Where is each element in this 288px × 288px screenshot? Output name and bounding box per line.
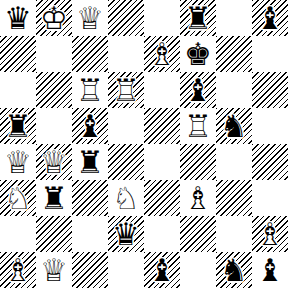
piece-black-knight[interactable]: ♞♞ [216, 108, 252, 144]
white-queen-glyph: ♕ [36, 252, 72, 288]
square-c3[interactable] [72, 180, 108, 216]
piece-black-bishop[interactable]: ♝♝ [72, 108, 108, 144]
piece-white-rook[interactable]: ♜♖ [72, 72, 108, 108]
white-knight-glyph: ♘ [0, 180, 36, 216]
square-e6[interactable] [144, 72, 180, 108]
square-d4[interactable] [108, 144, 144, 180]
square-c5[interactable]: ♝♝ [72, 108, 108, 144]
square-f5[interactable]: ♜♖ [180, 108, 216, 144]
square-c6[interactable]: ♜♖ [72, 72, 108, 108]
square-e5[interactable] [144, 108, 180, 144]
black-bishop-glyph: ♝ [144, 252, 180, 288]
piece-white-bishop[interactable]: ♝♗ [180, 180, 216, 216]
piece-white-knight[interactable]: ♞♘ [0, 180, 36, 216]
white-knight-glyph: ♘ [108, 180, 144, 216]
square-g1[interactable]: ♞♞ [216, 252, 252, 288]
white-rook-glyph: ♖ [180, 108, 216, 144]
piece-white-bishop[interactable]: ♝♗ [144, 36, 180, 72]
square-h5[interactable] [252, 108, 288, 144]
square-e1[interactable]: ♝♝ [144, 252, 180, 288]
square-c1[interactable] [72, 252, 108, 288]
white-rook-glyph: ♖ [108, 72, 144, 108]
square-e4[interactable] [144, 144, 180, 180]
piece-black-queen[interactable]: ♛♛ [0, 0, 36, 36]
square-e7[interactable]: ♝♗ [144, 36, 180, 72]
square-b5[interactable] [36, 108, 72, 144]
black-bishop-glyph: ♝ [72, 108, 108, 144]
square-a7[interactable] [0, 36, 36, 72]
square-b4[interactable]: ♛♕ [36, 144, 72, 180]
square-h7[interactable] [252, 36, 288, 72]
square-b2[interactable] [36, 216, 72, 252]
piece-black-queen[interactable]: ♛♛ [108, 216, 144, 252]
square-a2[interactable] [0, 216, 36, 252]
square-b3[interactable]: ♜♜ [36, 180, 72, 216]
piece-white-bishop[interactable]: ♝♗ [252, 216, 288, 252]
piece-white-queen[interactable]: ♛♕ [36, 144, 72, 180]
square-f4[interactable] [180, 144, 216, 180]
square-a1[interactable]: ♝♗ [0, 252, 36, 288]
white-queen-glyph: ♕ [72, 0, 108, 36]
piece-black-bishop[interactable]: ♝♝ [144, 252, 180, 288]
square-g4[interactable] [216, 144, 252, 180]
white-bishop-glyph: ♗ [144, 36, 180, 72]
square-a8[interactable]: ♛♛ [0, 0, 36, 36]
piece-black-rook[interactable]: ♜♜ [36, 180, 72, 216]
piece-white-knight[interactable]: ♞♘ [108, 180, 144, 216]
square-b1[interactable]: ♛♕ [36, 252, 72, 288]
square-c7[interactable] [72, 36, 108, 72]
square-g8[interactable] [216, 0, 252, 36]
black-king-glyph: ♚ [180, 36, 216, 72]
square-h3[interactable] [252, 180, 288, 216]
white-king-glyph: ♔ [36, 0, 72, 36]
white-bishop-glyph: ♗ [180, 180, 216, 216]
piece-white-queen[interactable]: ♛♕ [0, 144, 36, 180]
square-g6[interactable] [216, 72, 252, 108]
square-d5[interactable] [108, 108, 144, 144]
square-h1[interactable]: ♝♝ [252, 252, 288, 288]
square-h8[interactable]: ♝♝ [252, 0, 288, 36]
square-e8[interactable] [144, 0, 180, 36]
white-queen-glyph: ♕ [36, 144, 72, 180]
square-f7[interactable]: ♚♚ [180, 36, 216, 72]
square-a3[interactable]: ♞♘ [0, 180, 36, 216]
square-d8[interactable] [108, 0, 144, 36]
white-queen-glyph: ♕ [0, 144, 36, 180]
piece-white-king[interactable]: ♚♔ [36, 0, 72, 36]
black-queen-glyph: ♛ [0, 0, 36, 36]
piece-black-bishop[interactable]: ♝♝ [180, 72, 216, 108]
square-f8[interactable]: ♜♜ [180, 0, 216, 36]
square-f3[interactable]: ♝♗ [180, 180, 216, 216]
black-rook-glyph: ♜ [72, 144, 108, 180]
piece-black-rook[interactable]: ♜♜ [0, 108, 36, 144]
square-c8[interactable]: ♛♕ [72, 0, 108, 36]
white-bishop-glyph: ♗ [0, 252, 36, 288]
piece-black-bishop[interactable]: ♝♝ [252, 0, 288, 36]
square-e3[interactable] [144, 180, 180, 216]
square-h6[interactable] [252, 72, 288, 108]
square-c4[interactable]: ♜♜ [72, 144, 108, 180]
square-h4[interactable] [252, 144, 288, 180]
white-bishop-glyph: ♗ [252, 216, 288, 252]
chess-board: ♛♛♚♔♛♕♜♜♝♝♝♗♚♚♜♖♜♖♝♝♜♜♝♝♜♖♞♞♛♕♛♕♜♜♞♘♜♜♞♘… [0, 0, 288, 288]
black-rook-glyph: ♜ [36, 180, 72, 216]
piece-black-rook[interactable]: ♜♜ [180, 0, 216, 36]
square-c2[interactable] [72, 216, 108, 252]
square-a6[interactable] [0, 72, 36, 108]
black-bishop-glyph: ♝ [252, 252, 288, 288]
square-g5[interactable]: ♞♞ [216, 108, 252, 144]
piece-black-king[interactable]: ♚♚ [180, 36, 216, 72]
square-d3[interactable]: ♞♘ [108, 180, 144, 216]
piece-white-rook[interactable]: ♜♖ [108, 72, 144, 108]
black-rook-glyph: ♜ [0, 108, 36, 144]
black-rook-glyph: ♜ [180, 0, 216, 36]
piece-black-rook[interactable]: ♜♜ [72, 144, 108, 180]
black-bishop-glyph: ♝ [180, 72, 216, 108]
white-rook-glyph: ♖ [72, 72, 108, 108]
black-queen-glyph: ♛ [108, 216, 144, 252]
piece-white-queen[interactable]: ♛♕ [36, 252, 72, 288]
square-g2[interactable] [216, 216, 252, 252]
black-knight-glyph: ♞ [216, 108, 252, 144]
square-a4[interactable]: ♛♕ [0, 144, 36, 180]
square-f6[interactable]: ♝♝ [180, 72, 216, 108]
square-b6[interactable] [36, 72, 72, 108]
square-g3[interactable] [216, 180, 252, 216]
piece-white-bishop[interactable]: ♝♗ [0, 252, 36, 288]
black-knight-glyph: ♞ [216, 252, 252, 288]
piece-white-queen[interactable]: ♛♕ [72, 0, 108, 36]
square-d7[interactable] [108, 36, 144, 72]
square-d2[interactable]: ♛♛ [108, 216, 144, 252]
square-b7[interactable] [36, 36, 72, 72]
square-b8[interactable]: ♚♔ [36, 0, 72, 36]
black-bishop-glyph: ♝ [252, 0, 288, 36]
square-e2[interactable] [144, 216, 180, 252]
square-f2[interactable] [180, 216, 216, 252]
square-d1[interactable] [108, 252, 144, 288]
square-h2[interactable]: ♝♗ [252, 216, 288, 252]
square-f1[interactable] [180, 252, 216, 288]
square-g7[interactable] [216, 36, 252, 72]
square-a5[interactable]: ♜♜ [0, 108, 36, 144]
piece-black-knight[interactable]: ♞♞ [216, 252, 252, 288]
piece-black-bishop[interactable]: ♝♝ [252, 252, 288, 288]
square-d6[interactable]: ♜♖ [108, 72, 144, 108]
piece-white-rook[interactable]: ♜♖ [180, 108, 216, 144]
